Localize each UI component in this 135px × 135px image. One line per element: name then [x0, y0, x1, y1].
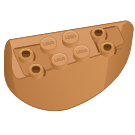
stud-solid-4: LEGO: [73, 45, 90, 63]
stud-solid-1: LEGO: [40, 37, 57, 55]
stud-solid-2: LEGO: [62, 30, 79, 48]
product-image-canvas: LEGOLEGOLEGOLEGO: [0, 0, 135, 135]
stud-solid-3: LEGO: [51, 53, 68, 71]
lego-brick-illustration: LEGOLEGOLEGOLEGO: [0, 0, 135, 135]
